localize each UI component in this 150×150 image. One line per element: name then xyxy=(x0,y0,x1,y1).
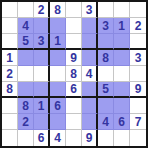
cell-r5c4[interactable] xyxy=(50,66,66,82)
cell-r4c7[interactable]: 8 xyxy=(98,50,114,66)
cell-r7c9[interactable] xyxy=(130,98,146,114)
cell-r6c5[interactable]: 6 xyxy=(66,82,82,98)
cell-r9c1[interactable] xyxy=(2,130,18,146)
cell-r9c9[interactable] xyxy=(130,130,146,146)
cell-r3c7[interactable] xyxy=(98,34,114,50)
cell-r1c1[interactable] xyxy=(2,2,18,18)
cell-r6c6[interactable] xyxy=(82,82,98,98)
cell-r1c6[interactable]: 3 xyxy=(82,2,98,18)
cell-r8c2[interactable]: 2 xyxy=(18,114,34,130)
cell-r3c2[interactable]: 5 xyxy=(18,34,34,50)
cell-r3c6[interactable] xyxy=(82,34,98,50)
cell-r8c3[interactable] xyxy=(34,114,50,130)
cell-r5c2[interactable] xyxy=(18,66,34,82)
cell-r8c8[interactable]: 6 xyxy=(114,114,130,130)
cell-r9c3[interactable]: 6 xyxy=(34,130,50,146)
cell-r6c9[interactable]: 9 xyxy=(130,82,146,98)
cell-r5c8[interactable] xyxy=(114,66,130,82)
cell-r4c3[interactable] xyxy=(34,50,50,66)
cell-r7c8[interactable] xyxy=(114,98,130,114)
cell-r7c7[interactable] xyxy=(98,98,114,114)
cell-r1c8[interactable] xyxy=(114,2,130,18)
cell-r5c5[interactable]: 8 xyxy=(66,66,82,82)
cell-r5c3[interactable] xyxy=(34,66,50,82)
cell-r6c1[interactable]: 8 xyxy=(2,82,18,98)
cell-r1c9[interactable] xyxy=(130,2,146,18)
cell-r8c7[interactable]: 4 xyxy=(98,114,114,130)
cell-r8c1[interactable] xyxy=(2,114,18,130)
cell-r3c1[interactable] xyxy=(2,34,18,50)
cell-r5c1[interactable]: 2 xyxy=(2,66,18,82)
cell-r1c4[interactable]: 8 xyxy=(50,2,66,18)
cell-r6c4[interactable] xyxy=(50,82,66,98)
cell-r8c5[interactable] xyxy=(66,114,82,130)
cell-r9c2[interactable] xyxy=(18,130,34,146)
cell-r8c9[interactable]: 7 xyxy=(130,114,146,130)
cell-r1c2[interactable] xyxy=(18,2,34,18)
cell-r4c8[interactable] xyxy=(114,50,130,66)
cell-r2c5[interactable] xyxy=(66,18,82,34)
cell-r1c3[interactable]: 2 xyxy=(34,2,50,18)
cell-r8c6[interactable] xyxy=(82,114,98,130)
cell-r4c4[interactable] xyxy=(50,50,66,66)
cell-r9c8[interactable] xyxy=(114,130,130,146)
cell-r7c6[interactable] xyxy=(82,98,98,114)
cell-r1c7[interactable] xyxy=(98,2,114,18)
cell-r2c2[interactable]: 4 xyxy=(18,18,34,34)
cell-r6c3[interactable] xyxy=(34,82,50,98)
cell-r8c4[interactable] xyxy=(50,114,66,130)
cell-r3c5[interactable] xyxy=(66,34,82,50)
cell-r5c6[interactable]: 4 xyxy=(82,66,98,82)
cell-r7c5[interactable] xyxy=(66,98,82,114)
cell-r3c9[interactable] xyxy=(130,34,146,50)
cell-r5c9[interactable] xyxy=(130,66,146,82)
cell-r2c9[interactable]: 2 xyxy=(130,18,146,34)
cell-r2c7[interactable]: 3 xyxy=(98,18,114,34)
cell-r4c9[interactable]: 3 xyxy=(130,50,146,66)
cell-r3c3[interactable]: 3 xyxy=(34,34,50,50)
cell-r2c3[interactable] xyxy=(34,18,50,34)
cell-r3c4[interactable]: 1 xyxy=(50,34,66,50)
sudoku-board: 2834312531198328486598162467649 xyxy=(0,0,148,148)
cell-r1c5[interactable] xyxy=(66,2,82,18)
cell-r6c2[interactable] xyxy=(18,82,34,98)
cell-r7c3[interactable]: 1 xyxy=(34,98,50,114)
cell-r9c7[interactable] xyxy=(98,130,114,146)
cell-r2c1[interactable] xyxy=(2,18,18,34)
cell-r5c7[interactable] xyxy=(98,66,114,82)
cell-r6c8[interactable] xyxy=(114,82,130,98)
cell-r4c2[interactable] xyxy=(18,50,34,66)
cell-r9c6[interactable]: 9 xyxy=(82,130,98,146)
cell-r4c5[interactable]: 9 xyxy=(66,50,82,66)
cell-r3c8[interactable] xyxy=(114,34,130,50)
cell-r2c4[interactable] xyxy=(50,18,66,34)
cell-r9c4[interactable]: 4 xyxy=(50,130,66,146)
cell-r7c4[interactable]: 6 xyxy=(50,98,66,114)
cell-r2c8[interactable]: 1 xyxy=(114,18,130,34)
cell-r4c1[interactable]: 1 xyxy=(2,50,18,66)
cell-r4c6[interactable] xyxy=(82,50,98,66)
cell-r9c5[interactable] xyxy=(66,130,82,146)
cell-r2c6[interactable] xyxy=(82,18,98,34)
cell-r6c7[interactable]: 5 xyxy=(98,82,114,98)
cell-r7c1[interactable] xyxy=(2,98,18,114)
cell-r7c2[interactable]: 8 xyxy=(18,98,34,114)
